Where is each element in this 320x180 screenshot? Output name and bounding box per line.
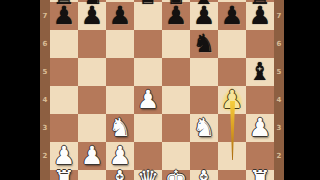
black-knight-f6[interactable]: ♞: [190, 30, 218, 58]
square-d3[interactable]: [134, 114, 162, 142]
square-e7[interactable]: ♟: [162, 2, 190, 30]
white-knight-c3[interactable]: ♞: [106, 114, 134, 142]
board-edge-right: 87654321: [274, 0, 284, 180]
square-b4[interactable]: [78, 86, 106, 114]
square-h1[interactable]: ♜: [246, 170, 274, 180]
rank-label-left-1: 1: [40, 179, 50, 180]
square-c6[interactable]: [106, 30, 134, 58]
square-b5[interactable]: [78, 58, 106, 86]
black-queen-d8[interactable]: ♛: [134, 0, 162, 10]
black-pawn-b7[interactable]: ♟: [78, 2, 106, 30]
square-a7[interactable]: ♟: [50, 2, 78, 30]
board-edge-left: 87654321: [40, 0, 50, 180]
rank-label-right-1: 1: [274, 179, 284, 180]
square-b3[interactable]: [78, 114, 106, 142]
square-b1[interactable]: [78, 170, 106, 180]
black-pawn-h7[interactable]: ♟: [246, 2, 274, 30]
square-e5[interactable]: [162, 58, 190, 86]
chess-board: ♜♞♛♚♝♜♟♟♟♟♟♟♟♞♝♟♟♞♞♟♟♟♟♜♝♛♚♝♜: [50, 0, 274, 180]
square-e3[interactable]: [162, 114, 190, 142]
square-a6[interactable]: [50, 30, 78, 58]
square-f5[interactable]: [190, 58, 218, 86]
square-g6[interactable]: [218, 30, 246, 58]
square-a3[interactable]: [50, 114, 78, 142]
rank-label-left-7: 7: [40, 11, 50, 21]
square-g7[interactable]: ♟: [218, 2, 246, 30]
white-queen-d1[interactable]: ♛: [134, 166, 162, 180]
letterbox-left: [0, 0, 40, 180]
rank-label-right-3: 3: [274, 123, 284, 133]
square-f4[interactable]: [190, 86, 218, 114]
rank-label-left-2: 2: [40, 151, 50, 161]
rank-label-right-2: 2: [274, 151, 284, 161]
rank-label-left-3: 3: [40, 123, 50, 133]
square-d5[interactable]: [134, 58, 162, 86]
square-f7[interactable]: ♟: [190, 2, 218, 30]
square-d4[interactable]: ♟: [134, 86, 162, 114]
rank-label-left-6: 6: [40, 39, 50, 49]
letterbox-right: [284, 0, 320, 180]
black-pawn-e7[interactable]: ♟: [162, 2, 190, 30]
black-pawn-a7[interactable]: ♟: [50, 2, 78, 30]
square-f6[interactable]: ♞: [190, 30, 218, 58]
square-d8[interactable]: ♛: [134, 0, 162, 2]
white-bishop-f1[interactable]: ♝: [190, 166, 218, 180]
square-a5[interactable]: [50, 58, 78, 86]
white-pawn-d4[interactable]: ♟: [134, 86, 162, 114]
square-f3[interactable]: ♞: [190, 114, 218, 142]
square-d6[interactable]: [134, 30, 162, 58]
square-e6[interactable]: [162, 30, 190, 58]
chess-video-frame: 87654321 87654321 ♜♞♛♚♝♜♟♟♟♟♟♟♟♞♝♟♟♞♞♟♟♟…: [0, 0, 320, 180]
square-h3[interactable]: ♟: [246, 114, 274, 142]
square-c7[interactable]: ♟: [106, 2, 134, 30]
square-a4[interactable]: [50, 86, 78, 114]
white-rook-a1[interactable]: ♜: [50, 166, 78, 180]
square-b7[interactable]: ♟: [78, 2, 106, 30]
square-h6[interactable]: [246, 30, 274, 58]
rank-label-right-7: 7: [274, 11, 284, 21]
black-pawn-c7[interactable]: ♟: [106, 2, 134, 30]
white-pawn-h3[interactable]: ♟: [246, 114, 274, 142]
square-d1[interactable]: ♛: [134, 170, 162, 180]
rank-label-right-4: 4: [274, 95, 284, 105]
white-bishop-c1[interactable]: ♝: [106, 166, 134, 180]
square-h5[interactable]: ♝: [246, 58, 274, 86]
square-g5[interactable]: [218, 58, 246, 86]
black-pawn-f7[interactable]: ♟: [190, 2, 218, 30]
square-e4[interactable]: [162, 86, 190, 114]
square-b2[interactable]: ♟: [78, 142, 106, 170]
square-c5[interactable]: [106, 58, 134, 86]
square-c1[interactable]: ♝: [106, 170, 134, 180]
white-king-e1[interactable]: ♚: [162, 166, 190, 180]
black-pawn-g7[interactable]: ♟: [218, 2, 246, 30]
rank-label-left-4: 4: [40, 95, 50, 105]
rank-label-left-5: 5: [40, 67, 50, 77]
white-knight-f3[interactable]: ♞: [190, 114, 218, 142]
rank-label-right-6: 6: [274, 39, 284, 49]
square-c4[interactable]: [106, 86, 134, 114]
square-h7[interactable]: ♟: [246, 2, 274, 30]
square-f1[interactable]: ♝: [190, 170, 218, 180]
square-b6[interactable]: [78, 30, 106, 58]
square-g1[interactable]: [218, 170, 246, 180]
rank-label-right-5: 5: [274, 67, 284, 77]
square-a1[interactable]: ♜: [50, 170, 78, 180]
square-e1[interactable]: ♚: [162, 170, 190, 180]
white-rook-h1[interactable]: ♜: [246, 166, 274, 180]
white-pawn-b2[interactable]: ♟: [78, 142, 106, 170]
square-c3[interactable]: ♞: [106, 114, 134, 142]
square-h4[interactable]: [246, 86, 274, 114]
black-bishop-h5[interactable]: ♝: [246, 58, 274, 86]
